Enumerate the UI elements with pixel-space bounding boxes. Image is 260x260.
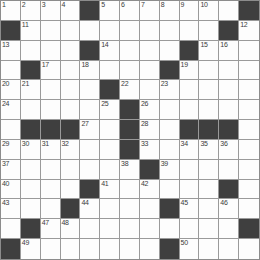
cell-r13c11[interactable] bbox=[199, 239, 219, 259]
clue-number: 43 bbox=[2, 199, 9, 207]
black-cell-r11c9 bbox=[160, 199, 180, 219]
cell-r3c11[interactable]: 15 bbox=[199, 41, 219, 61]
cell-r13c6[interactable] bbox=[100, 239, 120, 259]
black-cell-r11c4 bbox=[61, 199, 81, 219]
black-cell-r7c7 bbox=[120, 120, 140, 140]
cell-r6c9[interactable] bbox=[160, 100, 180, 120]
black-cell-r3c5 bbox=[80, 41, 100, 61]
cell-r11c2[interactable] bbox=[21, 199, 41, 219]
cell-r3c9[interactable] bbox=[160, 41, 180, 61]
clue-number: 12 bbox=[240, 21, 247, 29]
clue-number: 27 bbox=[81, 120, 88, 128]
clue-number: 25 bbox=[101, 100, 108, 108]
cell-r10c6[interactable]: 41 bbox=[100, 180, 120, 200]
cell-r13c12[interactable] bbox=[219, 239, 239, 259]
clue-number: 48 bbox=[62, 219, 69, 227]
black-cell-r10c5 bbox=[80, 180, 100, 200]
cell-r6c4[interactable] bbox=[61, 100, 81, 120]
black-cell-r13c1 bbox=[1, 239, 21, 259]
cell-r5c10[interactable] bbox=[180, 80, 200, 100]
black-cell-r5c6 bbox=[100, 80, 120, 100]
cell-r12c9[interactable] bbox=[160, 219, 180, 239]
cell-r5c9[interactable]: 23 bbox=[160, 80, 180, 100]
cell-r11c10[interactable]: 45 bbox=[180, 199, 200, 219]
cell-r9c6[interactable] bbox=[100, 160, 120, 180]
cell-r8c13[interactable] bbox=[239, 140, 259, 160]
cell-r1c2[interactable]: 2 bbox=[21, 1, 41, 21]
cell-r8c1[interactable]: 29 bbox=[1, 140, 21, 160]
black-cell-r7c2 bbox=[21, 120, 41, 140]
cell-r8c3[interactable]: 31 bbox=[41, 140, 61, 160]
clue-number: 1 bbox=[2, 1, 6, 9]
cell-r12c5[interactable] bbox=[80, 219, 100, 239]
cell-r9c3[interactable] bbox=[41, 160, 61, 180]
cell-r2c8[interactable] bbox=[140, 21, 160, 41]
cell-r2c11[interactable] bbox=[199, 21, 219, 41]
cell-r8c8[interactable]: 33 bbox=[140, 140, 160, 160]
clue-number: 44 bbox=[81, 199, 88, 207]
clue-number: 36 bbox=[220, 140, 227, 148]
cell-r4c12[interactable] bbox=[219, 61, 239, 81]
black-cell-r8c7 bbox=[120, 140, 140, 160]
cell-r5c4[interactable] bbox=[61, 80, 81, 100]
clue-number: 17 bbox=[42, 61, 49, 69]
clue-number: 10 bbox=[200, 1, 207, 9]
clue-number: 13 bbox=[2, 41, 9, 49]
cell-r7c1[interactable] bbox=[1, 120, 21, 140]
cell-r4c3[interactable]: 17 bbox=[41, 61, 61, 81]
clue-number: 14 bbox=[101, 41, 108, 49]
cell-r12c12[interactable] bbox=[219, 219, 239, 239]
cell-r2c10[interactable] bbox=[180, 21, 200, 41]
cell-r11c7[interactable] bbox=[120, 199, 140, 219]
cell-r13c4[interactable] bbox=[61, 239, 81, 259]
black-cell-r2c1 bbox=[1, 21, 21, 41]
cell-r1c8[interactable]: 7 bbox=[140, 1, 160, 21]
cell-r10c1[interactable]: 40 bbox=[1, 180, 21, 200]
cell-r1c7[interactable]: 6 bbox=[120, 1, 140, 21]
black-cell-r7c4 bbox=[61, 120, 81, 140]
cell-r5c3[interactable] bbox=[41, 80, 61, 100]
cell-r11c11[interactable] bbox=[199, 199, 219, 219]
cell-r9c9[interactable]: 39 bbox=[160, 160, 180, 180]
cell-r6c12[interactable] bbox=[219, 100, 239, 120]
cell-r3c4[interactable] bbox=[61, 41, 81, 61]
cell-r3c7[interactable] bbox=[120, 41, 140, 61]
clue-number: 42 bbox=[141, 180, 148, 188]
clue-number: 20 bbox=[2, 80, 9, 88]
cell-r4c13[interactable] bbox=[239, 61, 259, 81]
cell-r13c7[interactable] bbox=[120, 239, 140, 259]
cell-r10c3[interactable] bbox=[41, 180, 61, 200]
clue-number: 38 bbox=[121, 160, 128, 168]
cell-r5c12[interactable] bbox=[219, 80, 239, 100]
cell-r11c12[interactable]: 46 bbox=[219, 199, 239, 219]
cell-r10c8[interactable]: 42 bbox=[140, 180, 160, 200]
cell-r10c7[interactable] bbox=[120, 180, 140, 200]
cell-r5c13[interactable] bbox=[239, 80, 259, 100]
clue-number: 18 bbox=[81, 61, 88, 69]
clue-number: 35 bbox=[200, 140, 207, 148]
cell-r12c4[interactable]: 48 bbox=[61, 219, 81, 239]
clue-number: 49 bbox=[22, 239, 29, 247]
clue-number: 3 bbox=[42, 1, 46, 9]
clue-number: 41 bbox=[101, 180, 108, 188]
cell-r5c8[interactable] bbox=[140, 80, 160, 100]
cell-r3c6[interactable]: 14 bbox=[100, 41, 120, 61]
cell-r11c5[interactable]: 44 bbox=[80, 199, 100, 219]
cell-r11c3[interactable] bbox=[41, 199, 61, 219]
clue-number: 16 bbox=[220, 41, 227, 49]
cell-r2c4[interactable] bbox=[61, 21, 81, 41]
black-cell-r6c7 bbox=[120, 100, 140, 120]
cell-r4c5[interactable]: 18 bbox=[80, 61, 100, 81]
black-cell-r4c2 bbox=[21, 61, 41, 81]
cell-r3c8[interactable] bbox=[140, 41, 160, 61]
cell-r3c13[interactable] bbox=[239, 41, 259, 61]
cell-r8c10[interactable]: 34 bbox=[180, 140, 200, 160]
cell-r11c6[interactable] bbox=[100, 199, 120, 219]
clue-number: 32 bbox=[62, 140, 69, 148]
black-cell-r7c12 bbox=[219, 120, 239, 140]
clue-number: 7 bbox=[141, 1, 145, 9]
cell-r6c5[interactable] bbox=[80, 100, 100, 120]
cell-r1c9[interactable]: 8 bbox=[160, 1, 180, 21]
black-cell-r12c2 bbox=[21, 219, 41, 239]
cell-r13c10[interactable]: 50 bbox=[180, 239, 200, 259]
cell-r7c6[interactable] bbox=[100, 120, 120, 140]
clue-number: 4 bbox=[62, 1, 66, 9]
cell-r13c5[interactable] bbox=[80, 239, 100, 259]
cell-r5c2[interactable]: 21 bbox=[21, 80, 41, 100]
cell-r4c4[interactable] bbox=[61, 61, 81, 81]
cell-r1c3[interactable]: 3 bbox=[41, 1, 61, 21]
clue-number: 31 bbox=[42, 140, 49, 148]
cell-r8c6[interactable] bbox=[100, 140, 120, 160]
cell-r8c12[interactable]: 36 bbox=[219, 140, 239, 160]
cell-r6c3[interactable] bbox=[41, 100, 61, 120]
clue-number: 29 bbox=[2, 140, 9, 148]
cell-r6c13[interactable] bbox=[239, 100, 259, 120]
cell-r13c8[interactable] bbox=[140, 239, 160, 259]
cell-r2c3[interactable] bbox=[41, 21, 61, 41]
cell-r3c2[interactable] bbox=[21, 41, 41, 61]
clue-number: 19 bbox=[181, 61, 188, 69]
cell-r2c9[interactable] bbox=[160, 21, 180, 41]
black-cell-r7c3 bbox=[41, 120, 61, 140]
cell-r10c2[interactable] bbox=[21, 180, 41, 200]
clue-number: 34 bbox=[181, 140, 188, 148]
cell-r6c2[interactable] bbox=[21, 100, 41, 120]
cell-r10c4[interactable] bbox=[61, 180, 81, 200]
cell-r5c5[interactable] bbox=[80, 80, 100, 100]
cell-r2c7[interactable] bbox=[120, 21, 140, 41]
clue-number: 37 bbox=[2, 160, 9, 168]
clue-number: 5 bbox=[101, 1, 105, 9]
clue-number: 24 bbox=[2, 100, 9, 108]
clue-number: 21 bbox=[22, 80, 29, 88]
cell-r5c1[interactable]: 20 bbox=[1, 80, 21, 100]
cell-r4c1[interactable] bbox=[1, 61, 21, 81]
clue-number: 2 bbox=[22, 1, 26, 9]
cell-r3c12[interactable]: 16 bbox=[219, 41, 239, 61]
cell-r9c2[interactable] bbox=[21, 160, 41, 180]
cell-r6c1[interactable]: 24 bbox=[1, 100, 21, 120]
cell-r3c1[interactable]: 13 bbox=[1, 41, 21, 61]
cell-r2c2[interactable]: 11 bbox=[21, 21, 41, 41]
cell-r10c9[interactable] bbox=[160, 180, 180, 200]
black-cell-r9c8 bbox=[140, 160, 160, 180]
cell-r1c11[interactable]: 10 bbox=[199, 1, 219, 21]
cell-r4c7[interactable] bbox=[120, 61, 140, 81]
black-cell-r1c13 bbox=[239, 1, 259, 21]
black-cell-r3c10 bbox=[180, 41, 200, 61]
cell-r9c11[interactable] bbox=[199, 160, 219, 180]
cell-r8c5[interactable] bbox=[80, 140, 100, 160]
cell-r9c13[interactable] bbox=[239, 160, 259, 180]
cell-r9c10[interactable] bbox=[180, 160, 200, 180]
clue-number: 30 bbox=[22, 140, 29, 148]
cell-r9c4[interactable] bbox=[61, 160, 81, 180]
cell-r4c8[interactable] bbox=[140, 61, 160, 81]
cell-r4c6[interactable] bbox=[100, 61, 120, 81]
black-cell-r13c9 bbox=[160, 239, 180, 259]
cell-r3c3[interactable] bbox=[41, 41, 61, 61]
cell-r10c10[interactable] bbox=[180, 180, 200, 200]
cell-r8c9[interactable] bbox=[160, 140, 180, 160]
black-cell-r1c5 bbox=[80, 1, 100, 21]
black-cell-r10c12 bbox=[219, 180, 239, 200]
cell-r10c13[interactable] bbox=[239, 180, 259, 200]
cell-r4c11[interactable] bbox=[199, 61, 219, 81]
clue-number: 26 bbox=[141, 100, 148, 108]
cell-r11c13[interactable] bbox=[239, 199, 259, 219]
clue-number: 6 bbox=[121, 1, 125, 9]
cell-r6c8[interactable]: 26 bbox=[140, 100, 160, 120]
black-cell-r12c13 bbox=[239, 219, 259, 239]
cell-r6c10[interactable] bbox=[180, 100, 200, 120]
cell-r11c8[interactable] bbox=[140, 199, 160, 219]
clue-number: 9 bbox=[181, 1, 185, 9]
cell-r1c1[interactable]: 1 bbox=[1, 1, 21, 21]
cell-r5c11[interactable] bbox=[199, 80, 219, 100]
clue-number: 47 bbox=[42, 219, 49, 227]
cell-r13c13[interactable] bbox=[239, 239, 259, 259]
clue-number: 11 bbox=[22, 21, 29, 29]
cell-r12c10[interactable] bbox=[180, 219, 200, 239]
cell-r4c10[interactable]: 19 bbox=[180, 61, 200, 81]
cell-r12c6[interactable] bbox=[100, 219, 120, 239]
cell-r12c8[interactable] bbox=[140, 219, 160, 239]
cell-r10c11[interactable] bbox=[199, 180, 219, 200]
cell-r1c4[interactable]: 4 bbox=[61, 1, 81, 21]
cell-r7c13[interactable] bbox=[239, 120, 259, 140]
black-cell-r2c12 bbox=[219, 21, 239, 41]
cell-r6c6[interactable]: 25 bbox=[100, 100, 120, 120]
cell-r7c5[interactable]: 27 bbox=[80, 120, 100, 140]
cell-r6c11[interactable] bbox=[199, 100, 219, 120]
clue-number: 45 bbox=[181, 199, 188, 207]
cell-r12c11[interactable] bbox=[199, 219, 219, 239]
clue-number: 33 bbox=[141, 140, 148, 148]
cell-r9c1[interactable]: 37 bbox=[1, 160, 21, 180]
clue-number: 15 bbox=[200, 41, 207, 49]
cell-r8c4[interactable]: 32 bbox=[61, 140, 81, 160]
cell-r7c8[interactable]: 28 bbox=[140, 120, 160, 140]
clue-number: 39 bbox=[161, 160, 168, 168]
cell-r9c12[interactable] bbox=[219, 160, 239, 180]
cell-r8c2[interactable]: 30 bbox=[21, 140, 41, 160]
crossword-grid: 1234567891011121314151617181920212223242… bbox=[0, 0, 260, 260]
cell-r7c9[interactable] bbox=[160, 120, 180, 140]
clue-number: 46 bbox=[220, 199, 227, 207]
clue-number: 40 bbox=[2, 180, 9, 188]
clue-number: 22 bbox=[121, 80, 128, 88]
black-cell-r7c10 bbox=[180, 120, 200, 140]
cell-r2c6[interactable] bbox=[100, 21, 120, 41]
cell-r1c12[interactable] bbox=[219, 1, 239, 21]
cell-r12c7[interactable] bbox=[120, 219, 140, 239]
cell-r2c5[interactable] bbox=[80, 21, 100, 41]
clue-number: 28 bbox=[141, 120, 148, 128]
clue-number: 50 bbox=[181, 239, 188, 247]
clue-number: 8 bbox=[161, 1, 165, 9]
cell-r1c10[interactable]: 9 bbox=[180, 1, 200, 21]
cell-r5c7[interactable]: 22 bbox=[120, 80, 140, 100]
cell-r2c13[interactable]: 12 bbox=[239, 21, 259, 41]
cell-r11c1[interactable]: 43 bbox=[1, 199, 21, 219]
cell-r9c7[interactable]: 38 bbox=[120, 160, 140, 180]
cell-r13c2[interactable]: 49 bbox=[21, 239, 41, 259]
clue-number: 23 bbox=[161, 80, 168, 88]
cell-r12c1[interactable] bbox=[1, 219, 21, 239]
black-cell-r4c9 bbox=[160, 61, 180, 81]
cell-r9c5[interactable] bbox=[80, 160, 100, 180]
cell-r1c6[interactable]: 5 bbox=[100, 1, 120, 21]
cell-r12c3[interactable]: 47 bbox=[41, 219, 61, 239]
black-cell-r7c11 bbox=[199, 120, 219, 140]
cell-r8c11[interactable]: 35 bbox=[199, 140, 219, 160]
cell-r13c3[interactable] bbox=[41, 239, 61, 259]
